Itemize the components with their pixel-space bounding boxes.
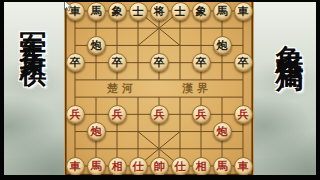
piece-red-r6c0[interactable]: 兵 [66, 105, 85, 124]
piece-red-r9c5[interactable]: 仕 [171, 157, 190, 176]
piece-glyph: 将 [154, 6, 165, 17]
piece-glyph: 炮 [91, 126, 102, 137]
piece-glyph: 士 [175, 6, 186, 17]
piece-glyph: 兵 [112, 109, 123, 120]
thumbnail-stage: 军军象棋 象棋精局 楚河 漢界 車馬象士将士象馬車炮炮卒卒卒卒卒兵兵兵兵兵炮炮車… [0, 0, 320, 180]
piece-glyph: 炮 [217, 40, 228, 51]
piece-red-r9c4[interactable]: 帥 [150, 157, 169, 176]
piece-glyph: 炮 [91, 40, 102, 51]
piece-red-r9c3[interactable]: 仕 [129, 157, 148, 176]
piece-red-r7c1[interactable]: 炮 [87, 122, 106, 141]
piece-black-r0c7[interactable]: 馬 [213, 2, 232, 21]
piece-glyph: 馬 [217, 161, 228, 172]
piece-black-r3c4[interactable]: 卒 [150, 53, 169, 72]
piece-glyph: 仕 [133, 161, 144, 172]
piece-red-r6c4[interactable]: 兵 [150, 105, 169, 124]
piece-glyph: 卒 [196, 57, 207, 68]
piece-red-r9c1[interactable]: 馬 [87, 157, 106, 176]
piece-black-r0c4[interactable]: 将 [150, 2, 169, 21]
piece-red-r6c8[interactable]: 兵 [234, 105, 253, 124]
piece-glyph: 兵 [70, 109, 81, 120]
left-banner-panel: 军军象棋 [0, 0, 64, 180]
left-edge-bar [0, 0, 4, 180]
piece-glyph: 卒 [112, 57, 123, 68]
piece-red-r9c7[interactable]: 馬 [213, 157, 232, 176]
piece-black-r0c3[interactable]: 士 [129, 2, 148, 21]
piece-glyph: 士 [133, 6, 144, 17]
board-grid-lines [64, 0, 254, 180]
piece-black-r0c2[interactable]: 象 [108, 2, 127, 21]
piece-black-r0c5[interactable]: 士 [171, 2, 190, 21]
piece-glyph: 馬 [217, 6, 228, 17]
piece-glyph: 象 [112, 6, 123, 17]
right-banner-text: 象棋精局 [270, 22, 308, 50]
piece-glyph: 馬 [91, 6, 102, 17]
piece-glyph: 馬 [91, 161, 102, 172]
river-label-chu: 楚河 [102, 82, 142, 96]
xiangqi-board[interactable]: 楚河 漢界 車馬象士将士象馬車炮炮卒卒卒卒卒兵兵兵兵兵炮炮車馬相仕帥仕相馬車 [64, 0, 254, 180]
piece-glyph: 炮 [217, 126, 228, 137]
piece-glyph: 兵 [238, 109, 249, 120]
piece-red-r9c6[interactable]: 相 [192, 157, 211, 176]
piece-red-r9c8[interactable]: 車 [234, 157, 253, 176]
piece-red-r9c2[interactable]: 相 [108, 157, 127, 176]
piece-red-r6c6[interactable]: 兵 [192, 105, 211, 124]
bottom-letterbox-bar [0, 175, 320, 180]
piece-glyph: 兵 [154, 109, 165, 120]
piece-glyph: 車 [70, 161, 81, 172]
piece-glyph: 帥 [154, 161, 165, 172]
piece-black-r0c8[interactable]: 車 [234, 2, 253, 21]
piece-red-r9c0[interactable]: 車 [66, 157, 85, 176]
piece-black-r0c6[interactable]: 象 [192, 2, 211, 21]
right-edge-bar [316, 0, 320, 180]
piece-glyph: 車 [238, 161, 249, 172]
piece-black-r3c0[interactable]: 卒 [66, 53, 85, 72]
piece-glyph: 象 [196, 6, 207, 17]
piece-glyph: 兵 [196, 109, 207, 120]
piece-glyph: 卒 [154, 57, 165, 68]
river-label-han: 漢界 [177, 82, 217, 96]
piece-black-r2c7[interactable]: 炮 [213, 36, 232, 55]
piece-black-r2c1[interactable]: 炮 [87, 36, 106, 55]
piece-glyph: 相 [196, 161, 207, 172]
right-banner-panel: 象棋精局 [254, 0, 320, 180]
piece-black-r3c6[interactable]: 卒 [192, 53, 211, 72]
left-banner-text: 军军象棋 [15, 11, 51, 47]
piece-black-r3c2[interactable]: 卒 [108, 53, 127, 72]
top-letterbox-bar [0, 0, 320, 2]
piece-red-r6c2[interactable]: 兵 [108, 105, 127, 124]
piece-glyph: 車 [238, 6, 249, 17]
piece-glyph: 相 [112, 161, 123, 172]
piece-glyph: 卒 [238, 57, 249, 68]
piece-black-r0c1[interactable]: 馬 [87, 2, 106, 21]
piece-black-r3c8[interactable]: 卒 [234, 53, 253, 72]
piece-red-r7c7[interactable]: 炮 [213, 122, 232, 141]
piece-glyph: 仕 [175, 161, 186, 172]
piece-glyph: 卒 [70, 57, 81, 68]
